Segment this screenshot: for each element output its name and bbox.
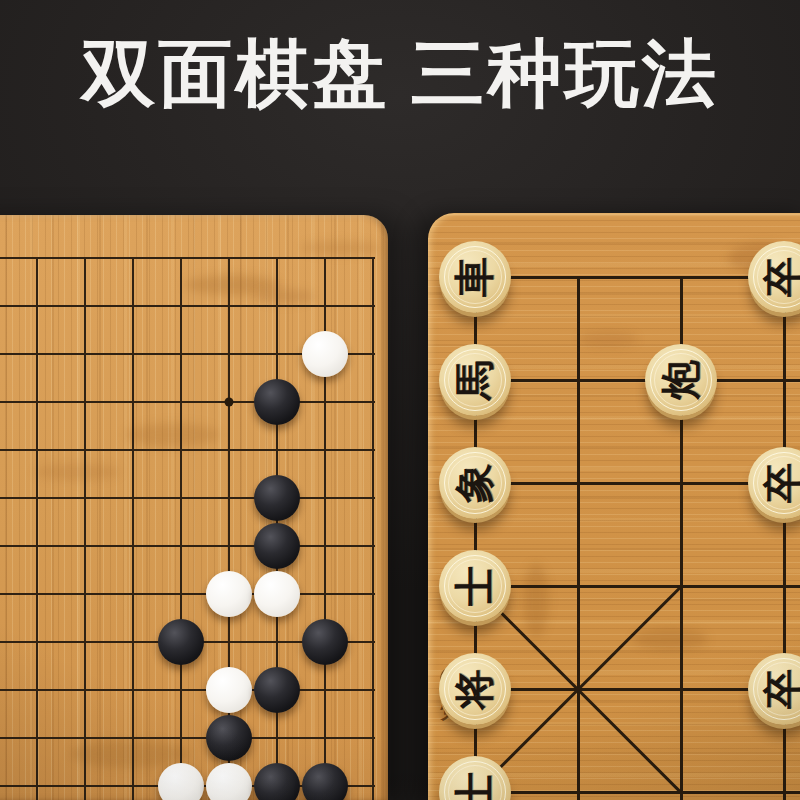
xiangqi-piece-士: 士: [439, 756, 511, 800]
go-stone-white: [158, 763, 204, 800]
piece-character: 象: [455, 463, 495, 503]
piece-character: 卒: [764, 669, 800, 709]
go-grid-line: [0, 257, 375, 259]
go-grid-line: [84, 258, 86, 800]
xiangqi-piece-卒: 卒: [748, 447, 800, 519]
go-grid-line: [372, 258, 374, 800]
xiangqi-piece-卒: 卒: [748, 241, 800, 313]
bamboo-smudge: [633, 628, 708, 650]
go-stone-white: [206, 571, 252, 617]
piece-character: 卒: [764, 463, 800, 503]
xiangqi-piece-炮: 炮: [645, 344, 717, 416]
go-stone-black: [302, 763, 348, 800]
go-stone-white: [254, 571, 300, 617]
piece-character: 馬: [455, 360, 495, 400]
piece-character: 士: [455, 772, 495, 800]
go-stone-black: [206, 715, 252, 761]
bamboo-smudge: [300, 241, 380, 255]
xiangqi-grid-line: [475, 379, 800, 382]
bamboo-smudge: [255, 289, 315, 304]
product-photo: 双面棋盘 三种玩法 Ⓢ棋力 車馬象士将士炮卒卒卒: [0, 0, 800, 800]
go-stone-black: [158, 619, 204, 665]
page-title: 双面棋盘 三种玩法: [0, 34, 800, 115]
xiangqi-piece-馬: 馬: [439, 344, 511, 416]
go-stone-black: [254, 763, 300, 800]
go-grid-line: [0, 737, 375, 739]
xiangqi-piece-士: 士: [439, 550, 511, 622]
go-stone-white: [206, 763, 252, 800]
bamboo-smudge: [125, 423, 220, 447]
go-grid-line: [0, 305, 375, 307]
go-stone-white: [206, 667, 252, 713]
go-stone-black: [254, 379, 300, 425]
piece-character: 車: [455, 257, 495, 297]
xiangqi-piece-卒: 卒: [748, 653, 800, 725]
go-grid-line: [132, 258, 134, 800]
go-board: [0, 215, 388, 800]
xiangqi-piece-将: 将: [439, 653, 511, 725]
bamboo-smudge: [35, 463, 120, 481]
piece-character: 卒: [764, 257, 800, 297]
go-stone-white: [302, 331, 348, 377]
bamboo-smudge: [578, 331, 638, 347]
piece-character: 将: [455, 669, 495, 709]
bamboo-smudge: [185, 275, 280, 295]
xiangqi-piece-車: 車: [439, 241, 511, 313]
piece-character: 炮: [661, 360, 701, 400]
go-stone-black: [302, 619, 348, 665]
xiangqi-grid-line: [475, 585, 800, 588]
go-stone-black: [254, 523, 300, 569]
xiangqi-board: Ⓢ棋力 車馬象士将士炮卒卒卒: [428, 213, 800, 800]
xiangqi-piece-象: 象: [439, 447, 511, 519]
go-stone-black: [254, 667, 300, 713]
bamboo-smudge: [523, 563, 549, 638]
xiangqi-grid-line: [475, 791, 800, 794]
go-grid-line: [0, 689, 375, 691]
go-grid-line: [0, 497, 375, 499]
go-stone-black: [254, 475, 300, 521]
go-grid-line: [0, 593, 375, 595]
go-star-point: [225, 398, 234, 407]
go-grid-line: [36, 258, 38, 800]
xiangqi-grid-line: [577, 277, 580, 800]
piece-character: 士: [455, 566, 495, 606]
go-grid-line: [0, 401, 375, 403]
go-grid-line: [180, 258, 182, 800]
go-grid-line: [0, 545, 375, 547]
go-grid-line: [0, 449, 375, 451]
